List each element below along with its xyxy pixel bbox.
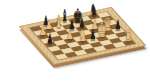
- chessboard-photo: ♟♝♞♟♝♚♟♟♟♟♟♟♛♟♞♟♚♜: [0, 0, 150, 84]
- board-square: [122, 40, 135, 46]
- board-frame: [19, 7, 146, 65]
